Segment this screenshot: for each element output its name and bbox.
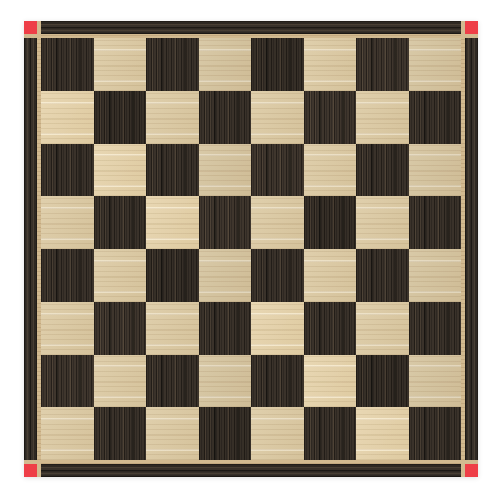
- square-e3: [251, 302, 304, 355]
- square-f2: [304, 355, 357, 408]
- square-b7: [94, 91, 147, 144]
- board-frame-bottom: [24, 464, 478, 477]
- board-pinstripe-inlay: [37, 34, 465, 464]
- square-h4: [409, 249, 462, 302]
- square-b1: [94, 407, 147, 460]
- square-f7: [304, 91, 357, 144]
- square-c5: [146, 196, 199, 249]
- square-a4: [41, 249, 94, 302]
- square-c7: [146, 91, 199, 144]
- square-b6: [94, 144, 147, 197]
- board-frame-top: [24, 21, 478, 34]
- square-c4: [146, 249, 199, 302]
- square-h7: [409, 91, 462, 144]
- square-d6: [199, 144, 252, 197]
- square-a3: [41, 302, 94, 355]
- square-e5: [251, 196, 304, 249]
- square-a8: [41, 38, 94, 91]
- board-frame-left: [24, 21, 37, 477]
- board-frame-right: [465, 21, 478, 477]
- square-c3: [146, 302, 199, 355]
- square-a5: [41, 196, 94, 249]
- square-h6: [409, 144, 462, 197]
- square-d4: [199, 249, 252, 302]
- corner-marker-top-right: [461, 21, 478, 38]
- square-d3: [199, 302, 252, 355]
- square-g4: [356, 249, 409, 302]
- square-d1: [199, 407, 252, 460]
- square-g5: [356, 196, 409, 249]
- square-c6: [146, 144, 199, 197]
- square-b5: [94, 196, 147, 249]
- square-h8: [409, 38, 462, 91]
- square-d2: [199, 355, 252, 408]
- square-f8: [304, 38, 357, 91]
- square-b8: [94, 38, 147, 91]
- square-f6: [304, 144, 357, 197]
- square-g8: [356, 38, 409, 91]
- corner-marker-bottom-right: [461, 460, 478, 477]
- square-a2: [41, 355, 94, 408]
- square-g1: [356, 407, 409, 460]
- square-g7: [356, 91, 409, 144]
- square-f3: [304, 302, 357, 355]
- corner-marker-bottom-left: [24, 460, 41, 477]
- square-e1: [251, 407, 304, 460]
- square-c8: [146, 38, 199, 91]
- square-h1: [409, 407, 462, 460]
- square-e4: [251, 249, 304, 302]
- square-a7: [41, 91, 94, 144]
- board-squares-grid: [41, 38, 461, 460]
- square-c2: [146, 355, 199, 408]
- square-h2: [409, 355, 462, 408]
- square-b4: [94, 249, 147, 302]
- square-g6: [356, 144, 409, 197]
- square-h5: [409, 196, 462, 249]
- square-d5: [199, 196, 252, 249]
- square-d7: [199, 91, 252, 144]
- square-g3: [356, 302, 409, 355]
- square-c1: [146, 407, 199, 460]
- chessboard: [24, 21, 478, 477]
- square-f1: [304, 407, 357, 460]
- square-b3: [94, 302, 147, 355]
- square-e2: [251, 355, 304, 408]
- square-a1: [41, 407, 94, 460]
- square-b2: [94, 355, 147, 408]
- square-d8: [199, 38, 252, 91]
- square-e6: [251, 144, 304, 197]
- square-e8: [251, 38, 304, 91]
- square-a6: [41, 144, 94, 197]
- corner-marker-top-left: [24, 21, 41, 38]
- square-h3: [409, 302, 462, 355]
- square-g2: [356, 355, 409, 408]
- product-photo-background: [0, 0, 500, 500]
- square-e7: [251, 91, 304, 144]
- square-f4: [304, 249, 357, 302]
- square-f5: [304, 196, 357, 249]
